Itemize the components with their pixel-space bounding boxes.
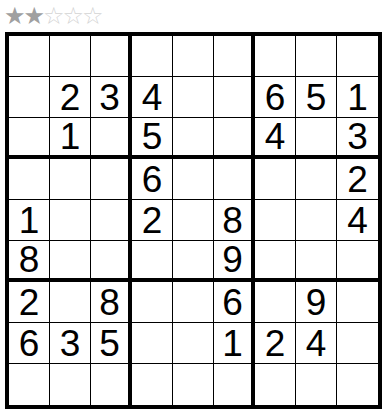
cell-r3c9[interactable]: 3: [337, 118, 378, 159]
cell-r1c6[interactable]: [214, 36, 255, 77]
cell-r4c8[interactable]: [296, 159, 337, 200]
cell-r9c8[interactable]: [296, 364, 337, 405]
cell-r8c7[interactable]: 2: [255, 323, 296, 364]
cell-r8c2[interactable]: 3: [50, 323, 91, 364]
sudoku-board: 2346511543621284892869635124: [5, 32, 382, 409]
given-digit: 3: [347, 118, 368, 155]
given-digit: 9: [222, 241, 243, 278]
cell-r4c1[interactable]: [9, 159, 50, 200]
cell-r2c2[interactable]: 2: [50, 77, 91, 118]
cell-r9c5[interactable]: [173, 364, 214, 405]
cell-r5c4[interactable]: 2: [132, 200, 173, 241]
cell-r2c4[interactable]: 4: [132, 77, 173, 118]
cell-r8c9[interactable]: [337, 323, 378, 364]
star-empty-icon: ☆: [82, 4, 102, 28]
cell-r2c3[interactable]: 3: [91, 77, 132, 118]
cell-r5c6[interactable]: 8: [214, 200, 255, 241]
difficulty-rating: ★★☆☆☆: [0, 0, 391, 32]
cell-r9c7[interactable]: [255, 364, 296, 405]
cell-r3c6[interactable]: [214, 118, 255, 159]
cell-r7c1[interactable]: 2: [9, 282, 50, 323]
given-digit: 1: [60, 118, 81, 155]
cell-r4c9[interactable]: 2: [337, 159, 378, 200]
given-digit: 5: [99, 325, 120, 362]
cell-r2c7[interactable]: 6: [255, 77, 296, 118]
given-digit: 4: [306, 325, 327, 362]
given-digit: 6: [142, 161, 163, 198]
cell-r4c6[interactable]: [214, 159, 255, 200]
cell-r6c8[interactable]: [296, 241, 337, 282]
cell-r8c3[interactable]: 5: [91, 323, 132, 364]
given-digit: 4: [347, 202, 368, 239]
cell-r6c9[interactable]: [337, 241, 378, 282]
cell-r1c2[interactable]: [50, 36, 91, 77]
cell-r4c5[interactable]: [173, 159, 214, 200]
cell-r3c1[interactable]: [9, 118, 50, 159]
given-digit: 3: [99, 79, 120, 116]
cell-r5c2[interactable]: [50, 200, 91, 241]
star-filled-icon: ★: [4, 4, 24, 28]
cell-r6c6[interactable]: 9: [214, 241, 255, 282]
given-digit: 2: [142, 202, 163, 239]
given-digit: 8: [19, 241, 40, 278]
given-digit: 5: [142, 118, 163, 155]
cell-r3c2[interactable]: 1: [50, 118, 91, 159]
cell-r2c6[interactable]: [214, 77, 255, 118]
cell-r6c7[interactable]: [255, 241, 296, 282]
cell-r5c1[interactable]: 1: [9, 200, 50, 241]
given-digit: 3: [60, 325, 81, 362]
cell-r8c8[interactable]: 4: [296, 323, 337, 364]
cell-r6c4[interactable]: [132, 241, 173, 282]
cell-r7c4[interactable]: [132, 282, 173, 323]
cell-r9c2[interactable]: [50, 364, 91, 405]
star-empty-icon: ☆: [63, 4, 83, 28]
cell-r4c3[interactable]: [91, 159, 132, 200]
cell-r3c5[interactable]: [173, 118, 214, 159]
given-digit: 5: [306, 79, 327, 116]
cell-r9c6[interactable]: [214, 364, 255, 405]
given-digit: 9: [306, 284, 327, 321]
given-digit: 2: [347, 161, 368, 198]
cell-r5c7[interactable]: [255, 200, 296, 241]
cell-r4c7[interactable]: [255, 159, 296, 200]
cell-r7c5[interactable]: [173, 282, 214, 323]
given-digit: 2: [265, 325, 286, 362]
cell-r8c5[interactable]: [173, 323, 214, 364]
cell-r6c2[interactable]: [50, 241, 91, 282]
cell-r3c7[interactable]: 4: [255, 118, 296, 159]
cell-r6c5[interactable]: [173, 241, 214, 282]
given-digit: 8: [222, 202, 243, 239]
cell-r9c9[interactable]: [337, 364, 378, 405]
given-digit: 4: [265, 118, 286, 155]
cell-r7c3[interactable]: 8: [91, 282, 132, 323]
cell-r4c4[interactable]: 6: [132, 159, 173, 200]
cell-r9c1[interactable]: [9, 364, 50, 405]
cell-r4c2[interactable]: [50, 159, 91, 200]
cell-r5c9[interactable]: 4: [337, 200, 378, 241]
cell-r3c3[interactable]: [91, 118, 132, 159]
given-digit: 4: [142, 79, 163, 116]
cell-r6c1[interactable]: 8: [9, 241, 50, 282]
cell-r7c2[interactable]: [50, 282, 91, 323]
cell-r9c3[interactable]: [91, 364, 132, 405]
given-digit: 1: [222, 325, 243, 362]
cell-r2c1[interactable]: [9, 77, 50, 118]
cell-r5c3[interactable]: [91, 200, 132, 241]
cell-r7c6[interactable]: 6: [214, 282, 255, 323]
given-digit: 6: [265, 79, 286, 116]
cell-r8c4[interactable]: [132, 323, 173, 364]
cell-r1c8[interactable]: [296, 36, 337, 77]
cell-r9c4[interactable]: [132, 364, 173, 405]
cell-r5c8[interactable]: [296, 200, 337, 241]
cell-r7c8[interactable]: 9: [296, 282, 337, 323]
cell-r3c8[interactable]: [296, 118, 337, 159]
cell-r8c6[interactable]: 1: [214, 323, 255, 364]
cell-r1c9[interactable]: [337, 36, 378, 77]
cell-r1c4[interactable]: [132, 36, 173, 77]
cell-r1c7[interactable]: [255, 36, 296, 77]
given-digit: 2: [19, 284, 40, 321]
star-filled-icon: ★: [24, 4, 44, 28]
cell-r7c7[interactable]: [255, 282, 296, 323]
sudoku-page: ★★☆☆☆ 2346511543621284892869635124: [0, 0, 391, 416]
cell-r1c1[interactable]: [9, 36, 50, 77]
cell-r7c9[interactable]: [337, 282, 378, 323]
given-digit: 6: [19, 325, 40, 362]
given-digit: 2: [60, 79, 81, 116]
cell-r2c9[interactable]: 1: [337, 77, 378, 118]
cell-r2c5[interactable]: [173, 77, 214, 118]
given-digit: 1: [347, 79, 368, 116]
cell-r2c8[interactable]: 5: [296, 77, 337, 118]
star-empty-icon: ☆: [43, 4, 63, 28]
given-digit: 1: [19, 202, 40, 239]
cell-r1c3[interactable]: [91, 36, 132, 77]
given-digit: 8: [99, 284, 120, 321]
given-digit: 6: [222, 284, 243, 321]
cell-r5c5[interactable]: [173, 200, 214, 241]
cell-r3c4[interactable]: 5: [132, 118, 173, 159]
cell-r8c1[interactable]: 6: [9, 323, 50, 364]
cell-r6c3[interactable]: [91, 241, 132, 282]
cell-r1c5[interactable]: [173, 36, 214, 77]
